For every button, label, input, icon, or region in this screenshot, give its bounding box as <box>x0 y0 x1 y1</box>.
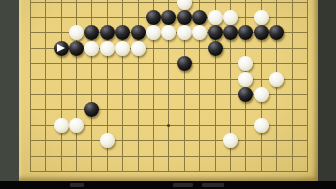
go-stone-black <box>84 25 99 40</box>
go-stone-white <box>54 118 69 133</box>
go-stone-white <box>192 25 207 40</box>
go-stone-black <box>177 10 192 25</box>
go-stone-white <box>223 133 238 148</box>
go-stone-black <box>115 25 130 40</box>
go-stone-white <box>131 41 146 56</box>
last-move-triangle-icon <box>57 44 65 52</box>
go-stone-black <box>69 41 84 56</box>
go-stone-black <box>238 87 253 102</box>
video-frame <box>0 0 336 189</box>
go-stone-white <box>238 72 253 87</box>
go-stone-white <box>254 87 269 102</box>
go-stone-white <box>115 41 130 56</box>
go-stone-white <box>223 10 238 25</box>
bottom-bar <box>0 181 336 189</box>
go-stone-white <box>84 41 99 56</box>
go-stone-white <box>208 10 223 25</box>
player-bar-artifact <box>202 183 224 187</box>
go-stone-black <box>208 41 223 56</box>
go-stone-white <box>254 118 269 133</box>
go-stones-layer <box>0 0 336 189</box>
player-bar-artifact <box>70 183 84 187</box>
go-stone-black <box>254 25 269 40</box>
go-stone-black <box>238 25 253 40</box>
go-stone-black <box>100 25 115 40</box>
go-stone-black <box>208 25 223 40</box>
go-stone-black <box>84 102 99 117</box>
go-stone-black <box>269 25 284 40</box>
go-stone-white <box>69 25 84 40</box>
go-stone-white <box>254 10 269 25</box>
go-stone-white <box>269 72 284 87</box>
player-bar-artifact <box>173 183 193 187</box>
go-stone-white <box>146 25 161 40</box>
go-stone-white <box>100 133 115 148</box>
go-stone-black <box>54 41 69 56</box>
go-stone-black <box>146 10 161 25</box>
go-stone-white <box>69 118 84 133</box>
go-stone-white <box>161 25 176 40</box>
go-stone-black <box>192 10 207 25</box>
go-stone-white <box>100 41 115 56</box>
go-stone-white <box>177 25 192 40</box>
go-stone-white <box>238 56 253 71</box>
go-stone-white <box>177 0 192 10</box>
go-stone-black <box>131 25 146 40</box>
go-stone-black <box>223 25 238 40</box>
go-stone-black <box>161 10 176 25</box>
go-stone-black <box>177 56 192 71</box>
